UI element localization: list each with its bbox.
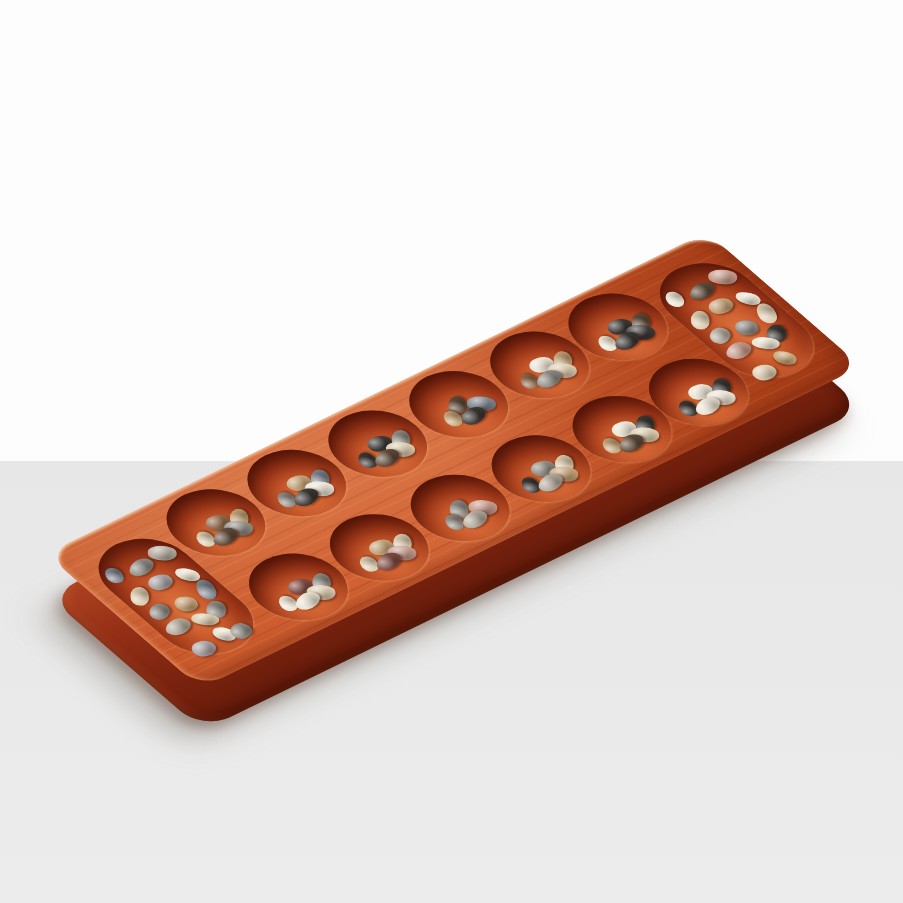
stone <box>171 595 200 613</box>
stone <box>193 578 219 600</box>
stone <box>721 339 756 363</box>
stone <box>146 545 177 561</box>
stone <box>706 325 733 346</box>
stone <box>753 302 779 324</box>
stone <box>160 615 195 639</box>
stone <box>732 318 761 336</box>
product-photo <box>0 0 903 903</box>
stone <box>706 269 737 285</box>
stone <box>703 295 737 317</box>
stone <box>102 566 127 584</box>
stone <box>770 349 799 367</box>
stone <box>130 586 149 606</box>
stone <box>187 638 221 659</box>
stone <box>691 310 710 330</box>
stone <box>747 361 781 382</box>
stone <box>145 601 172 622</box>
stone <box>143 572 177 594</box>
stone <box>662 290 687 308</box>
